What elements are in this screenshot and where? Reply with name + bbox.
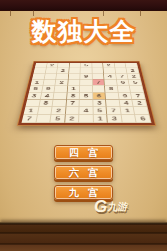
sudoku-cell: 3 (107, 115, 122, 123)
sudoku-cell: 9 (118, 92, 132, 99)
sudoku-cell: 1 (93, 115, 108, 123)
sudoku-cell (53, 99, 67, 106)
sudoku-cell: 2 (52, 107, 67, 115)
sudoku-cell: 5 (80, 92, 93, 99)
sudoku-cell: 1 (67, 86, 80, 93)
sudoku-cell: 1 (120, 107, 135, 115)
sudoku-cell (106, 92, 120, 99)
four-grid-button-label: 四宫 (60, 146, 107, 160)
six-grid-button-label: 六宫 (60, 166, 107, 180)
sudoku-cell (130, 86, 144, 93)
sudoku-cell: 4 (79, 107, 93, 115)
wood-plank-footer (0, 222, 167, 251)
jiuyou-logo-text: 九游 (107, 200, 129, 214)
sudoku-cell: 3 (93, 99, 107, 106)
sudoku-cell: 6 (93, 92, 106, 99)
sudoku-cell: 7 (66, 99, 80, 106)
sudoku-cell: 8 (67, 92, 80, 99)
sudoku-cell: 6 (135, 115, 151, 123)
sudoku-cell (79, 115, 93, 123)
sudoku-cell (134, 107, 149, 115)
sudoku-cell (36, 115, 52, 123)
sudoku-cell: 9 (42, 86, 56, 93)
sudoku-cell (80, 86, 93, 93)
jiuyou-logo-mark: G (94, 200, 107, 214)
sudoku-cell (118, 86, 132, 93)
sudoku-cell (65, 107, 79, 115)
splash-screen: 数独大全 25222947212765591834856978734212457… (0, 0, 167, 251)
sudoku-cell: 4 (40, 92, 54, 99)
sudoku-board: 2522294721276559183485697873421245717521… (18, 62, 155, 125)
sudoku-cell (106, 99, 120, 106)
sudoku-cell (38, 107, 53, 115)
sudoku-cell: 5 (93, 107, 107, 115)
six-grid-button[interactable]: 六宫 (54, 165, 113, 180)
sudoku-cell (54, 92, 68, 99)
sudoku-cell (55, 86, 68, 93)
sudoku-cell: 7 (131, 92, 145, 99)
four-grid-button[interactable]: 四宫 (54, 145, 113, 160)
sudoku-cell: 8 (105, 86, 118, 93)
sudoku-cell (80, 99, 94, 106)
sudoku-cell: 8 (39, 99, 54, 106)
sudoku-cell: 7 (107, 107, 122, 115)
jiuyou-logo: G 九游 (94, 200, 128, 214)
top-leather-bar (0, 0, 167, 11)
sudoku-cell: 2 (65, 115, 80, 123)
sudoku-cell: 4 (119, 99, 134, 106)
sudoku-cell: 2 (133, 99, 148, 106)
sudoku-cell: 5 (50, 115, 65, 123)
page-title: 数独大全 (0, 15, 167, 48)
sudoku-cell (93, 86, 106, 93)
